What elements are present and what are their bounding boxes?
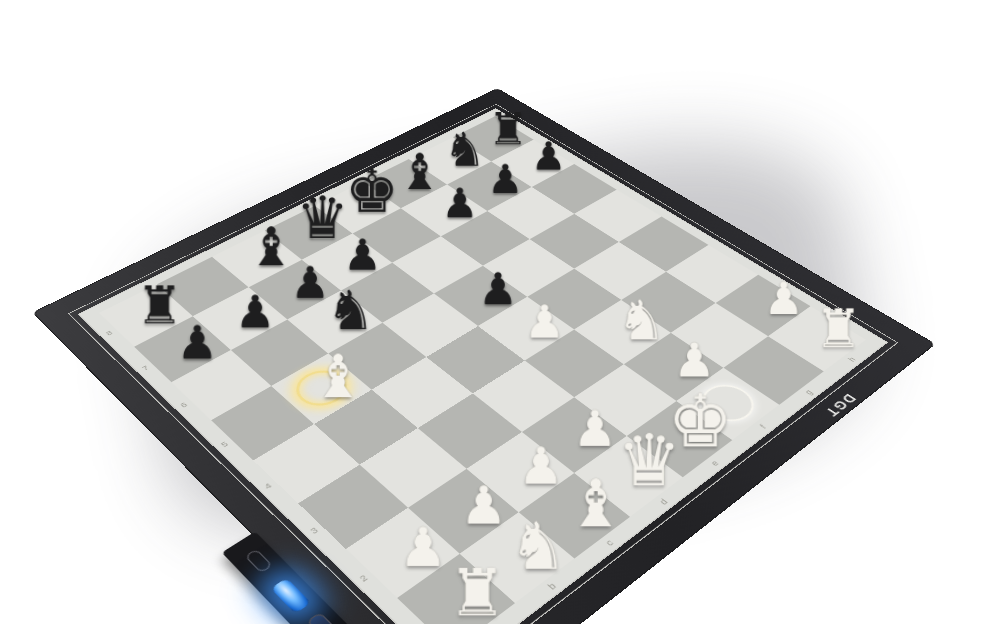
board-scene: 87654321 ♜♝♛♚♝♞♜♟♟♟♟♟♟♟♞♝♟♟♞♟♟♟♟♟♟♜♞♝♛♚♜…	[0, 0, 1000, 624]
power-button[interactable]	[306, 612, 354, 624]
square-h5[interactable]	[574, 190, 661, 242]
usb-port	[244, 549, 272, 574]
piece-black-pawn-a7[interactable]: ♟	[162, 319, 232, 365]
piece-white-rook-a1[interactable]: ♜	[435, 560, 520, 624]
piece-white-bishop-b5[interactable]: ♝	[302, 347, 374, 406]
piece-white-rook-h1[interactable]: ♜	[804, 302, 873, 355]
piece-white-pawn-e4[interactable]: ♟	[510, 299, 579, 344]
piece-white-pawn-f2[interactable]: ♟	[659, 337, 730, 384]
blue-led-light	[271, 578, 312, 614]
piece-black-pawn-f7[interactable]: ♟	[429, 183, 491, 224]
piece-black-knight-c6[interactable]: ♞	[316, 284, 384, 338]
